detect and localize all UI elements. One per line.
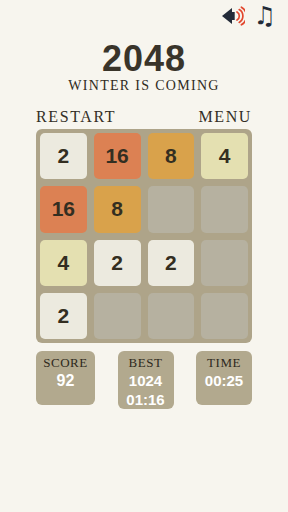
time-label: TIME bbox=[196, 355, 252, 370]
nav-bar: RESTART MENU bbox=[36, 108, 252, 126]
score-panel: SCORE 92 bbox=[36, 351, 95, 405]
sound-toggle-icon[interactable] bbox=[220, 5, 245, 27]
top-icon-bar: ♫ bbox=[220, 5, 276, 27]
empty-cell bbox=[148, 186, 195, 232]
tile-4: 4 bbox=[201, 133, 248, 179]
tile-2: 2 bbox=[40, 293, 87, 339]
empty-cell bbox=[201, 186, 248, 232]
tile-4: 4 bbox=[40, 240, 87, 286]
score-label: SCORE bbox=[36, 355, 95, 370]
time-panel: TIME 00:25 bbox=[196, 351, 252, 405]
game-title: 2048 bbox=[0, 41, 288, 77]
tile-2: 2 bbox=[40, 133, 87, 179]
empty-cell bbox=[201, 240, 248, 286]
best-score-value: 1024 bbox=[118, 372, 174, 389]
best-panel: BEST 1024 01:16 bbox=[118, 351, 174, 409]
empty-cell bbox=[94, 293, 141, 339]
game-subtitle: WINTER IS COMING bbox=[0, 78, 288, 94]
best-time-value: 01:16 bbox=[118, 391, 174, 408]
music-toggle-icon[interactable]: ♫ bbox=[254, 5, 276, 27]
restart-button[interactable]: RESTART bbox=[36, 108, 116, 126]
empty-cell bbox=[148, 293, 195, 339]
stats-bar: SCORE 92 BEST 1024 01:16 TIME 00:25 bbox=[36, 351, 252, 409]
empty-cell bbox=[201, 293, 248, 339]
tile-8: 8 bbox=[148, 133, 195, 179]
tile-16: 16 bbox=[94, 133, 141, 179]
board-grid[interactable]: 216841684222 bbox=[36, 129, 252, 343]
tile-16: 16 bbox=[40, 186, 87, 232]
tile-2: 2 bbox=[94, 240, 141, 286]
tile-2: 2 bbox=[148, 240, 195, 286]
best-label: BEST bbox=[118, 355, 174, 370]
score-value: 92 bbox=[36, 372, 95, 389]
time-value: 00:25 bbox=[196, 372, 252, 389]
menu-button[interactable]: MENU bbox=[198, 108, 252, 126]
tile-8: 8 bbox=[94, 186, 141, 232]
